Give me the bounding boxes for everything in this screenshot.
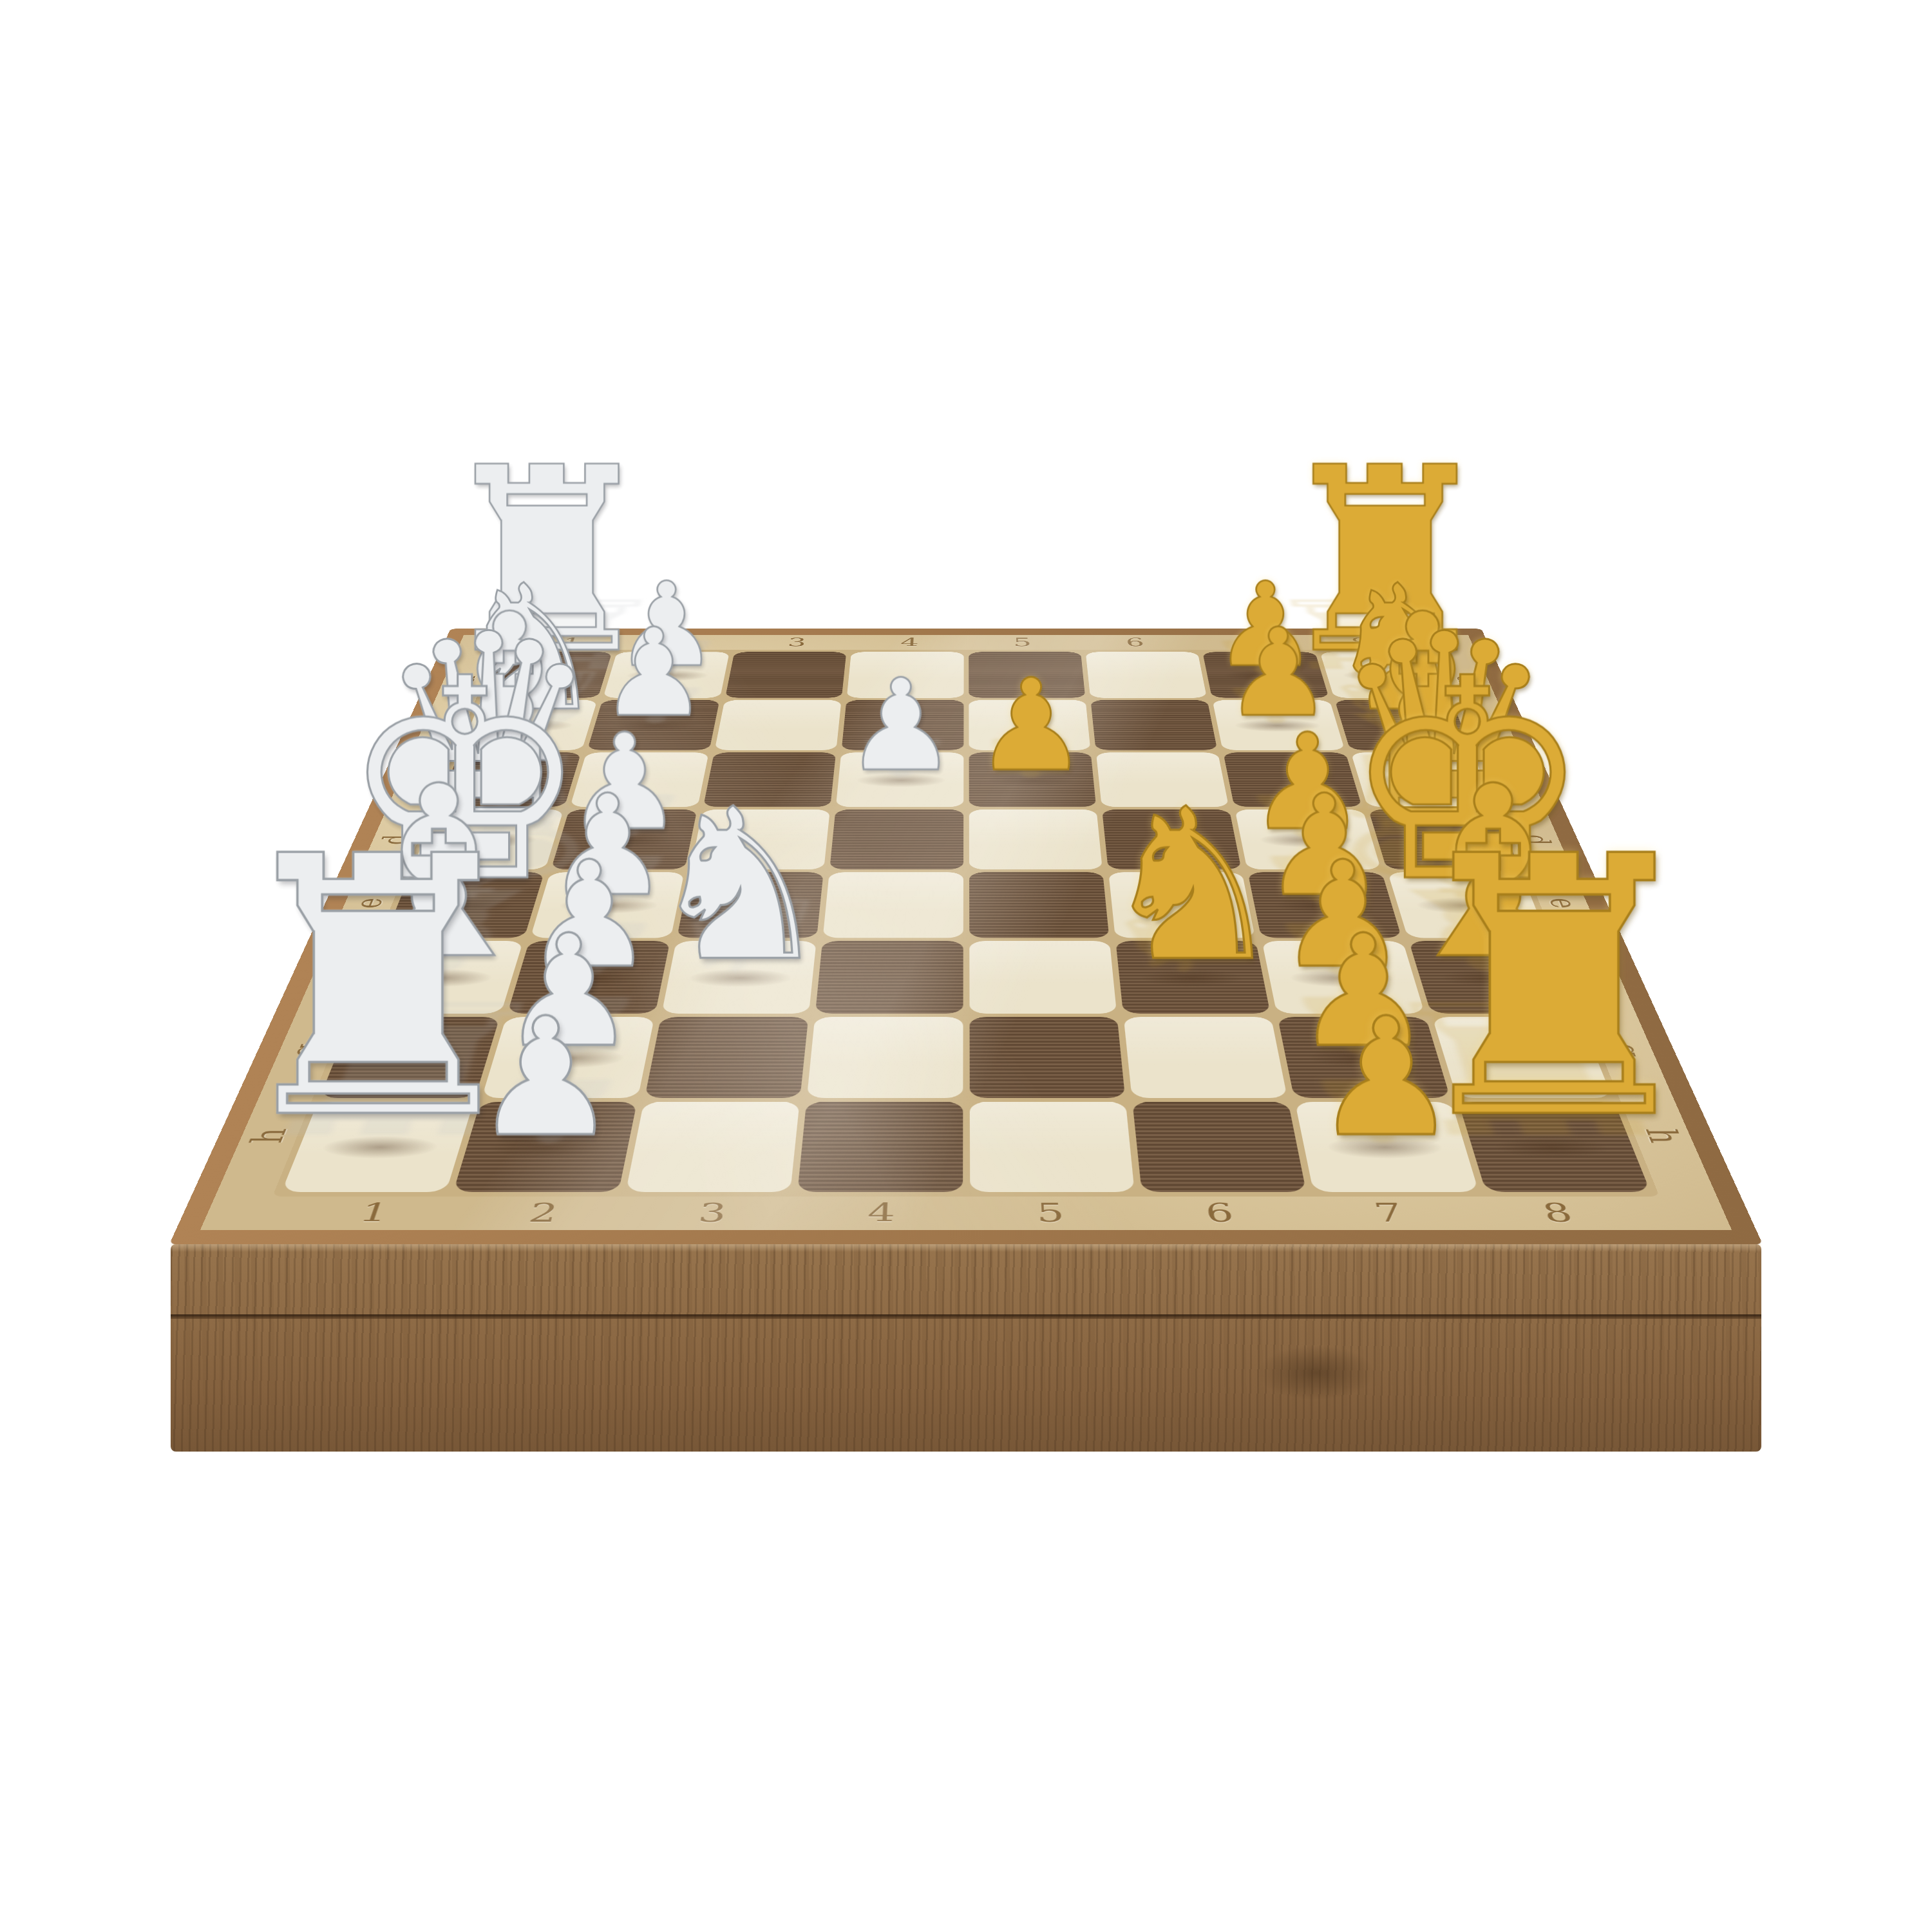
chessboard-grid: ♜♜♟♟♟♟♜♜♞♞♟♟♟♟♞♞♝♝♟♟♟♟♝♝♛♛♟♟♟♟♛♛♚♚♟♟♟♟♚♚… xyxy=(272,650,1660,1196)
board-border-frame: 12345678 12345678 abcdefgh abcdefgh ♜♜♟♟… xyxy=(200,635,1732,1230)
square-b6 xyxy=(1090,700,1217,750)
square-h1: ♜♜ xyxy=(281,1102,474,1192)
square-f5 xyxy=(969,941,1117,1014)
square-a3 xyxy=(725,652,847,697)
chess-set-product-photo: 12345678 12345678 abcdefgh abcdefgh ♜♜♟♟… xyxy=(0,0,1932,1932)
black-gold-knight-f6: ♞ xyxy=(1099,790,1286,982)
square-e4 xyxy=(823,872,963,938)
square-h2: ♟♟ xyxy=(453,1102,637,1192)
square-f3: ♞♞ xyxy=(661,941,817,1014)
back-rank-label-6: 6 xyxy=(1078,635,1193,650)
square-h3 xyxy=(625,1102,800,1192)
square-g6 xyxy=(1123,1017,1287,1098)
white-silver-pawn-c4: ♟ xyxy=(844,667,958,784)
front-rank-label-7: 7 xyxy=(1301,1197,1479,1231)
black-gold-rook-h8: ♜ xyxy=(1394,824,1714,1153)
front-rank-label-1: 1 xyxy=(283,1197,464,1231)
square-c5: ♟♟ xyxy=(969,752,1096,807)
square-a6 xyxy=(1086,652,1207,697)
black-gold-pawn-c5: ♟ xyxy=(974,667,1088,784)
square-c4: ♟♟ xyxy=(836,752,963,807)
square-g3 xyxy=(645,1017,809,1098)
square-d4 xyxy=(829,810,963,869)
back-rank-label-4: 4 xyxy=(853,635,966,650)
front-rank-label-4: 4 xyxy=(795,1197,966,1231)
box-lid-seam xyxy=(171,1314,1761,1319)
square-h4 xyxy=(797,1102,962,1192)
rank-labels-front: 12345678 xyxy=(283,1197,1649,1231)
square-f4 xyxy=(815,941,963,1014)
square-b3 xyxy=(714,700,841,750)
front-rank-label-6: 6 xyxy=(1133,1197,1307,1231)
square-h8: ♜♜ xyxy=(1458,1102,1651,1192)
white-silver-knight-f3: ♞ xyxy=(647,790,834,982)
back-rank-label-5: 5 xyxy=(966,635,1079,650)
back-rank-label-3: 3 xyxy=(739,635,854,650)
board-top-surface: 12345678 12345678 abcdefgh abcdefgh ♜♜♟♟… xyxy=(169,629,1763,1245)
square-h6 xyxy=(1132,1102,1307,1192)
square-e5 xyxy=(969,872,1110,938)
front-rank-label-2: 2 xyxy=(454,1197,632,1231)
square-g4 xyxy=(807,1017,963,1098)
square-g5 xyxy=(969,1017,1125,1098)
front-rank-label-5: 5 xyxy=(966,1197,1137,1231)
box-front-top-highlight xyxy=(171,1244,1761,1252)
front-rank-label-3: 3 xyxy=(625,1197,799,1231)
wooden-box-front xyxy=(171,1244,1761,1452)
front-rank-label-8: 8 xyxy=(1468,1197,1649,1231)
square-d5 xyxy=(969,810,1102,869)
square-f6: ♞♞ xyxy=(1115,941,1271,1014)
white-silver-pawn-h2: ♟ xyxy=(473,1003,619,1153)
square-h5 xyxy=(969,1102,1134,1192)
